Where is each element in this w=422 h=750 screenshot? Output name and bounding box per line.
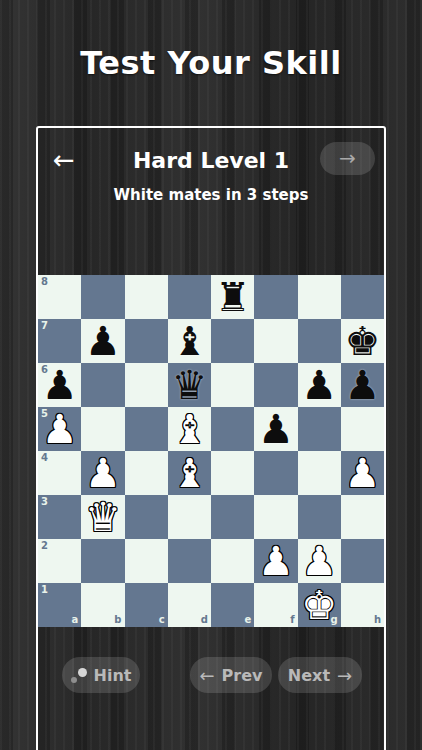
square-b8[interactable]	[81, 275, 124, 319]
square-a6[interactable]: 6♟	[38, 363, 81, 407]
rank-label-1: 1	[41, 585, 48, 595]
square-b3[interactable]: ♛	[81, 495, 124, 539]
rank-label-6: 6	[41, 365, 48, 375]
square-h2[interactable]	[341, 539, 384, 583]
back-button[interactable]: ←	[46, 144, 82, 176]
square-g4[interactable]	[298, 451, 341, 495]
square-f7[interactable]	[254, 319, 297, 363]
white-pawn-f2[interactable]: ♟	[258, 539, 294, 583]
puzzle-objective: White mates in 3 steps	[38, 186, 384, 204]
square-b2[interactable]	[81, 539, 124, 583]
square-a7[interactable]: 7	[38, 319, 81, 363]
square-e1[interactable]: e	[211, 583, 254, 627]
black-bishop-d7[interactable]: ♝	[171, 319, 207, 363]
puzzle-title: Hard Level 1	[78, 148, 344, 173]
square-h6[interactable]: ♟	[341, 363, 384, 407]
square-a4[interactable]: 4	[38, 451, 81, 495]
square-e2[interactable]	[211, 539, 254, 583]
rank-label-8: 8	[41, 277, 48, 287]
black-pawn-g6[interactable]: ♟	[301, 363, 337, 407]
hint-button[interactable]: Hint	[62, 657, 140, 693]
file-label-c: c	[159, 615, 165, 625]
square-d1[interactable]: d	[168, 583, 211, 627]
square-b6[interactable]	[81, 363, 124, 407]
square-d2[interactable]	[168, 539, 211, 583]
square-a2[interactable]: 2	[38, 539, 81, 583]
square-g2[interactable]: ♟	[298, 539, 341, 583]
square-b5[interactable]	[81, 407, 124, 451]
square-e7[interactable]	[211, 319, 254, 363]
square-h8[interactable]	[341, 275, 384, 319]
square-g1[interactable]: g♚	[298, 583, 341, 627]
file-label-h: h	[374, 615, 381, 625]
square-g6[interactable]: ♟	[298, 363, 341, 407]
puzzle-card: ← Hard Level 1 → White mates in 3 steps …	[36, 126, 386, 750]
square-c7[interactable]	[125, 319, 168, 363]
square-c6[interactable]	[125, 363, 168, 407]
square-e3[interactable]	[211, 495, 254, 539]
square-d4[interactable]: ♝	[168, 451, 211, 495]
square-f2[interactable]: ♟	[254, 539, 297, 583]
black-pawn-f5[interactable]: ♟	[258, 407, 294, 451]
forward-level-button[interactable]: →	[320, 142, 375, 175]
square-c3[interactable]	[125, 495, 168, 539]
white-queen-b3[interactable]: ♛	[85, 495, 121, 539]
black-pawn-b7[interactable]: ♟	[85, 319, 121, 363]
square-h1[interactable]: h	[341, 583, 384, 627]
file-label-g: g	[331, 615, 338, 625]
square-d7[interactable]: ♝	[168, 319, 211, 363]
square-b1[interactable]: b	[81, 583, 124, 627]
next-arrow-icon: →	[337, 665, 352, 686]
square-f3[interactable]	[254, 495, 297, 539]
square-d5[interactable]: ♝	[168, 407, 211, 451]
square-a8[interactable]: 8	[38, 275, 81, 319]
square-c2[interactable]	[125, 539, 168, 583]
square-d8[interactable]	[168, 275, 211, 319]
white-pawn-g2[interactable]: ♟	[301, 539, 337, 583]
file-label-f: f	[290, 615, 294, 625]
next-button[interactable]: Next →	[278, 657, 362, 693]
square-a1[interactable]: 1a	[38, 583, 81, 627]
square-c4[interactable]	[125, 451, 168, 495]
square-g3[interactable]	[298, 495, 341, 539]
square-c5[interactable]	[125, 407, 168, 451]
white-pawn-h4[interactable]: ♟	[344, 451, 380, 495]
black-king-h7[interactable]: ♚	[344, 319, 380, 363]
chess-board: 8♜7♟♝♚6♟♛♟♟5♟♝♟4♟♝♟3♛2♟♟1abcdefg♚h	[38, 275, 384, 627]
square-d6[interactable]: ♛	[168, 363, 211, 407]
square-f4[interactable]	[254, 451, 297, 495]
black-pawn-h6[interactable]: ♟	[344, 363, 380, 407]
square-c8[interactable]	[125, 275, 168, 319]
square-g7[interactable]	[298, 319, 341, 363]
file-label-b: b	[114, 615, 121, 625]
square-f6[interactable]	[254, 363, 297, 407]
rank-label-4: 4	[41, 453, 48, 463]
square-e6[interactable]	[211, 363, 254, 407]
square-h5[interactable]	[341, 407, 384, 451]
square-g8[interactable]	[298, 275, 341, 319]
prev-button[interactable]: ← Prev	[190, 657, 272, 693]
rank-label-3: 3	[41, 497, 48, 507]
square-f8[interactable]	[254, 275, 297, 319]
square-h3[interactable]	[341, 495, 384, 539]
prev-arrow-icon: ←	[200, 665, 215, 686]
page-title: Test Your Skill	[0, 44, 422, 82]
rank-label-7: 7	[41, 321, 48, 331]
square-h7[interactable]: ♚	[341, 319, 384, 363]
black-queen-d6[interactable]: ♛	[171, 363, 207, 407]
square-g5[interactable]	[298, 407, 341, 451]
square-f1[interactable]: f	[254, 583, 297, 627]
back-arrow-icon: ←	[53, 145, 75, 175]
file-label-a: a	[72, 615, 79, 625]
square-h4[interactable]: ♟	[341, 451, 384, 495]
square-e8[interactable]: ♜	[211, 275, 254, 319]
square-b7[interactable]: ♟	[81, 319, 124, 363]
square-b4[interactable]: ♟	[81, 451, 124, 495]
square-d3[interactable]	[168, 495, 211, 539]
white-bishop-d5[interactable]: ♝	[171, 407, 207, 451]
square-f5[interactable]: ♟	[254, 407, 297, 451]
square-e4[interactable]	[211, 451, 254, 495]
hint-dots-icon	[71, 668, 87, 683]
square-c1[interactable]: c	[125, 583, 168, 627]
white-pawn-b4[interactable]: ♟	[85, 451, 121, 495]
white-bishop-d4[interactable]: ♝	[171, 451, 207, 495]
square-a3[interactable]: 3	[38, 495, 81, 539]
hint-label: Hint	[94, 666, 132, 685]
black-rook-e8[interactable]: ♜	[215, 275, 251, 319]
forward-arrow-icon: →	[339, 146, 356, 170]
prev-label: Prev	[222, 666, 263, 685]
file-label-d: d	[201, 615, 208, 625]
square-a5[interactable]: 5♟	[38, 407, 81, 451]
rank-label-5: 5	[41, 409, 48, 419]
rank-label-2: 2	[41, 541, 48, 551]
square-e5[interactable]	[211, 407, 254, 451]
file-label-e: e	[244, 615, 251, 625]
next-label: Next	[288, 666, 330, 685]
